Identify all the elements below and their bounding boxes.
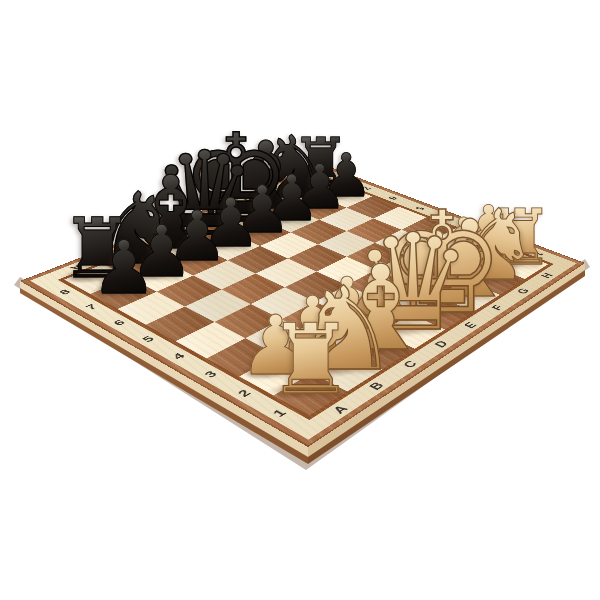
piece-black-pawn-a7[interactable]: ♟ [91,230,157,303]
pieces-layer: ♜♞♝♛♚♝♞♜♟♟♟♟♟♟♟♟♟♟♟♟♟♟♟♟♜♞♝♛♚♝♞♜ [0,0,600,600]
chessboard-photo: AABBCCDDEEFFGGHH1122334455667788 ♜♞♝♛♚♝♞… [0,0,600,600]
piece-white-rook-a1[interactable]: ♜ [267,311,354,408]
